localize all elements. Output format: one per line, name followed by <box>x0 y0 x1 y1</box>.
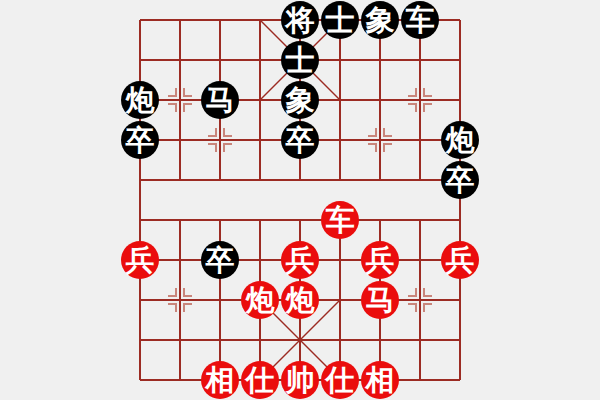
piece-red-cannon[interactable]: 炮 <box>241 281 279 319</box>
piece-red-cannon[interactable]: 炮 <box>281 281 319 319</box>
piece-black-cannon[interactable]: 炮 <box>121 81 159 119</box>
piece-red-soldier[interactable]: 兵 <box>281 241 319 279</box>
piece-black-elephant[interactable]: 象 <box>281 81 319 119</box>
piece-red-soldier[interactable]: 兵 <box>121 241 159 279</box>
piece-black-chariot[interactable]: 车 <box>401 1 439 39</box>
piece-black-general[interactable]: 将 <box>281 1 319 39</box>
piece-black-soldier[interactable]: 卒 <box>201 241 239 279</box>
piece-black-advisor[interactable]: 士 <box>321 1 359 39</box>
piece-black-cannon[interactable]: 炮 <box>441 121 479 159</box>
piece-red-elephant[interactable]: 相 <box>361 361 399 399</box>
piece-red-elephant[interactable]: 相 <box>201 361 239 399</box>
piece-red-horse[interactable]: 马 <box>361 281 399 319</box>
piece-black-soldier[interactable]: 卒 <box>441 161 479 199</box>
piece-red-general[interactable]: 帅 <box>281 361 319 399</box>
piece-black-soldier[interactable]: 卒 <box>121 121 159 159</box>
piece-black-elephant[interactable]: 象 <box>361 1 399 39</box>
piece-red-advisor[interactable]: 仕 <box>241 361 279 399</box>
piece-red-advisor[interactable]: 仕 <box>321 361 359 399</box>
xiangqi-board-screen: 将士象车士炮马象卒卒炮卒车兵卒兵兵兵炮炮马相仕帅仕相 <box>0 0 600 400</box>
piece-red-soldier[interactable]: 兵 <box>441 241 479 279</box>
piece-red-soldier[interactable]: 兵 <box>361 241 399 279</box>
piece-black-soldier[interactable]: 卒 <box>281 121 319 159</box>
piece-black-advisor[interactable]: 士 <box>281 41 319 79</box>
pieces-layer: 将士象车士炮马象卒卒炮卒车兵卒兵兵兵炮炮马相仕帅仕相 <box>0 0 600 400</box>
piece-black-horse[interactable]: 马 <box>201 81 239 119</box>
piece-red-chariot[interactable]: 车 <box>321 201 359 239</box>
